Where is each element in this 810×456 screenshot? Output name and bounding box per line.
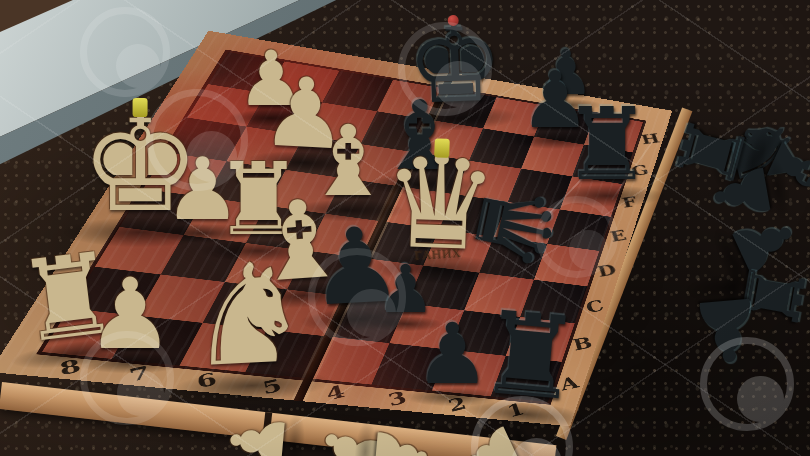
hinge-gap bbox=[262, 412, 272, 440]
chess-photo-scene: ABCDEFGH 87654321 ♚♟♜♜♟♞♝♝♟♟♛ГАНИХ♚♝♟♜♜♟… bbox=[0, 0, 810, 456]
